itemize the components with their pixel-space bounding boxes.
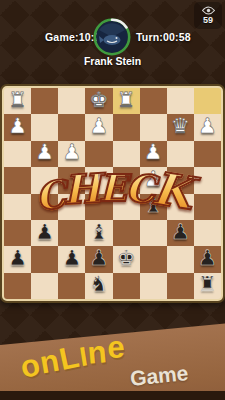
square-c1[interactable] xyxy=(140,88,167,114)
square-h4[interactable] xyxy=(4,167,31,193)
square-d4[interactable] xyxy=(113,167,140,193)
square-a4[interactable] xyxy=(194,167,221,193)
square-d8[interactable] xyxy=(113,273,140,299)
square-e1[interactable]: ♚ xyxy=(85,88,112,114)
square-h1[interactable]: ♜ xyxy=(4,88,31,114)
square-g7[interactable] xyxy=(31,246,58,272)
black-piece-P-b6[interactable]: ♟ xyxy=(171,222,190,243)
avatar-image xyxy=(93,18,131,56)
black-piece-P-f7[interactable]: ♟ xyxy=(62,248,81,269)
square-g3[interactable]: ♟ xyxy=(31,141,58,167)
white-piece-P-a2[interactable]: ♟ xyxy=(198,116,217,137)
square-b7[interactable] xyxy=(167,246,194,272)
white-piece-P-c4[interactable]: ♟ xyxy=(144,169,163,190)
square-e3[interactable] xyxy=(85,141,112,167)
square-a3[interactable] xyxy=(194,141,221,167)
square-a8[interactable]: ♜ xyxy=(194,273,221,299)
square-h5[interactable] xyxy=(4,194,31,220)
square-d6[interactable] xyxy=(113,220,140,246)
square-f8[interactable] xyxy=(58,273,85,299)
square-a5[interactable] xyxy=(194,194,221,220)
black-piece-K-d7[interactable]: ♚ xyxy=(117,248,136,269)
square-a2[interactable]: ♟ xyxy=(194,114,221,140)
square-d5[interactable] xyxy=(113,194,140,220)
eye-icon xyxy=(202,6,215,15)
square-a1[interactable] xyxy=(194,88,221,114)
square-f5[interactable] xyxy=(58,194,85,220)
player-name: Frank Stein xyxy=(0,55,225,67)
square-e4[interactable] xyxy=(85,167,112,193)
square-g6[interactable]: ♟ xyxy=(31,220,58,246)
black-piece-N-e8[interactable]: ♞ xyxy=(90,274,109,295)
black-piece-B-e6[interactable]: ♝ xyxy=(90,222,109,243)
spectator-count: 59 xyxy=(203,16,213,25)
square-d3[interactable] xyxy=(113,141,140,167)
square-c7[interactable] xyxy=(140,246,167,272)
square-a7[interactable]: ♟ xyxy=(194,246,221,272)
square-g2[interactable] xyxy=(31,114,58,140)
square-h7[interactable]: ♟ xyxy=(4,246,31,272)
black-piece-R-a8[interactable]: ♜ xyxy=(198,274,217,295)
square-h3[interactable] xyxy=(4,141,31,167)
square-f3[interactable]: ♟ xyxy=(58,141,85,167)
square-b3[interactable] xyxy=(167,141,194,167)
square-c4[interactable]: ♟ xyxy=(140,167,167,193)
spectator-badge[interactable]: 59 xyxy=(194,2,222,29)
bottom-strip xyxy=(0,391,225,400)
white-piece-P-f3[interactable]: ♟ xyxy=(62,142,81,163)
square-c6[interactable] xyxy=(140,220,167,246)
chess-board-frame: ♜♚♜♟♟♛♟♟♟♟♟♝♟♝♟♟♟♟♚♟♞♜ xyxy=(0,84,225,303)
black-piece-P-h7[interactable]: ♟ xyxy=(8,248,27,269)
chess-board: ♜♚♜♟♟♛♟♟♟♟♟♝♟♝♟♟♟♟♚♟♞♜ xyxy=(4,88,221,299)
square-h6[interactable] xyxy=(4,220,31,246)
square-g5[interactable] xyxy=(31,194,58,220)
square-f2[interactable] xyxy=(58,114,85,140)
square-d7[interactable]: ♚ xyxy=(113,246,140,272)
black-piece-P-e7[interactable]: ♟ xyxy=(90,248,109,269)
white-piece-P-h2[interactable]: ♟ xyxy=(8,116,27,137)
square-d2[interactable] xyxy=(113,114,140,140)
square-b5[interactable] xyxy=(167,194,194,220)
square-h2[interactable]: ♟ xyxy=(4,114,31,140)
square-c3[interactable]: ♟ xyxy=(140,141,167,167)
square-f7[interactable]: ♟ xyxy=(58,246,85,272)
square-b1[interactable] xyxy=(167,88,194,114)
app-screen: Game:10:25 Turn:00:58 Frank Stein 59 ♜♚♜… xyxy=(0,0,225,400)
square-f6[interactable] xyxy=(58,220,85,246)
square-e7[interactable]: ♟ xyxy=(85,246,112,272)
square-h8[interactable] xyxy=(4,273,31,299)
white-piece-P-e2[interactable]: ♟ xyxy=(90,116,109,137)
square-b6[interactable]: ♟ xyxy=(167,220,194,246)
online-letter: e xyxy=(107,329,126,366)
square-d1[interactable]: ♜ xyxy=(113,88,140,114)
player-avatar[interactable] xyxy=(93,18,131,56)
white-piece-R-d1[interactable]: ♜ xyxy=(117,90,136,111)
online-letter: n xyxy=(86,334,109,372)
turn-clock: Turn:00:58 xyxy=(136,31,191,43)
white-piece-Q-b2[interactable]: ♛ xyxy=(171,116,190,137)
square-f1[interactable] xyxy=(58,88,85,114)
square-g1[interactable] xyxy=(31,88,58,114)
square-c8[interactable] xyxy=(140,273,167,299)
square-g4[interactable] xyxy=(31,167,58,193)
square-c2[interactable] xyxy=(140,114,167,140)
square-b2[interactable]: ♛ xyxy=(167,114,194,140)
white-piece-R-h1[interactable]: ♜ xyxy=(8,90,27,111)
square-e6[interactable]: ♝ xyxy=(85,220,112,246)
square-e2[interactable]: ♟ xyxy=(85,114,112,140)
square-c5[interactable]: ♝ xyxy=(140,194,167,220)
square-b4[interactable] xyxy=(167,167,194,193)
square-a6[interactable] xyxy=(194,220,221,246)
black-piece-P-a7[interactable]: ♟ xyxy=(198,248,217,269)
square-f4[interactable] xyxy=(58,167,85,193)
square-e8[interactable]: ♞ xyxy=(85,273,112,299)
square-b8[interactable] xyxy=(167,273,194,299)
square-g8[interactable] xyxy=(31,273,58,299)
white-piece-K-e1[interactable]: ♚ xyxy=(90,90,109,111)
black-piece-P-g6[interactable]: ♟ xyxy=(35,222,54,243)
black-piece-B-c5[interactable]: ♝ xyxy=(144,195,163,216)
white-piece-P-c3[interactable]: ♟ xyxy=(144,142,163,163)
square-e5[interactable] xyxy=(85,194,112,220)
white-piece-P-g3[interactable]: ♟ xyxy=(35,142,54,163)
